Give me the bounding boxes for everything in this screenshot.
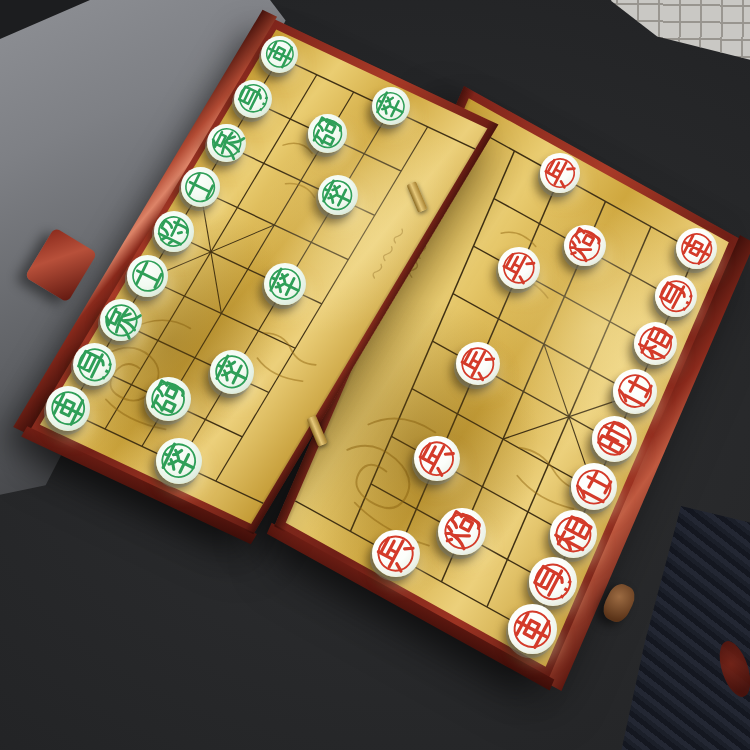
red-general-piece[interactable] [592,416,637,461]
green-soldier-piece[interactable] [210,350,254,394]
red-soldier-piece[interactable] [414,436,460,482]
green-soldier-piece[interactable] [264,263,306,305]
piece-character-象 [96,295,145,344]
red-chariot-piece[interactable] [676,228,717,269]
piece-character-士 [177,164,223,210]
piece-character-車 [673,225,721,273]
pieces-layer [0,0,750,750]
red-cannon-piece[interactable] [438,508,485,555]
piece-character-砲 [305,111,349,155]
green-horse-piece[interactable] [73,343,117,387]
piece-character-兵 [368,526,424,582]
piece-character-砲 [143,373,194,424]
scene [0,0,750,750]
piece-character-兵 [453,338,504,389]
piece-character-卒 [369,85,413,129]
red-elephant-piece[interactable] [634,322,677,365]
piece-character-將 [150,208,197,255]
piece-character-卒 [207,347,257,397]
piece-character-馬 [525,553,581,609]
piece-character-仕 [567,460,621,514]
green-chariot-piece[interactable] [46,386,91,431]
piece-character-仕 [609,366,661,418]
green-elephant-piece[interactable] [100,299,143,342]
piece-character-卒 [261,259,309,307]
green-elephant-piece[interactable] [207,124,246,163]
red-soldier-piece[interactable] [372,530,420,578]
green-cannon-piece[interactable] [308,114,347,153]
green-advisor-piece[interactable] [127,255,169,297]
red-soldier-piece[interactable] [540,153,580,193]
piece-character-馬 [69,339,119,389]
piece-character-兵 [495,244,543,292]
piece-character-象 [204,121,249,166]
piece-character-兵 [410,432,463,485]
red-chariot-piece[interactable] [508,604,558,654]
red-advisor-piece[interactable] [571,463,617,509]
piece-character-兵 [537,150,583,196]
green-soldier-piece[interactable] [156,438,202,484]
green-general-piece[interactable] [154,211,195,252]
piece-character-相 [630,319,680,369]
piece-character-相 [546,506,601,561]
piece-character-車 [42,383,93,434]
piece-character-卒 [153,434,206,487]
xiangqi-board [0,0,750,750]
green-chariot-piece[interactable] [261,36,298,73]
green-cannon-piece[interactable] [146,377,191,422]
red-horse-piece[interactable] [655,275,697,317]
red-cannon-piece[interactable] [564,225,605,266]
piece-character-馬 [232,77,276,121]
piece-character-炮 [434,504,489,559]
green-soldier-piece[interactable] [372,87,410,125]
piece-character-卒 [315,172,361,218]
piece-character-士 [123,252,171,300]
piece-character-馬 [651,272,700,321]
red-advisor-piece[interactable] [613,369,657,413]
piece-character-車 [259,33,301,75]
red-soldier-piece[interactable] [456,342,500,386]
piece-character-車 [504,600,562,658]
piece-character-帥 [588,413,641,466]
piece-character-炮 [561,222,609,270]
green-horse-piece[interactable] [234,80,272,118]
green-advisor-piece[interactable] [181,167,221,207]
red-soldier-piece[interactable] [498,247,540,289]
red-elephant-piece[interactable] [550,510,598,558]
red-horse-piece[interactable] [529,557,578,606]
green-soldier-piece[interactable] [318,175,358,215]
